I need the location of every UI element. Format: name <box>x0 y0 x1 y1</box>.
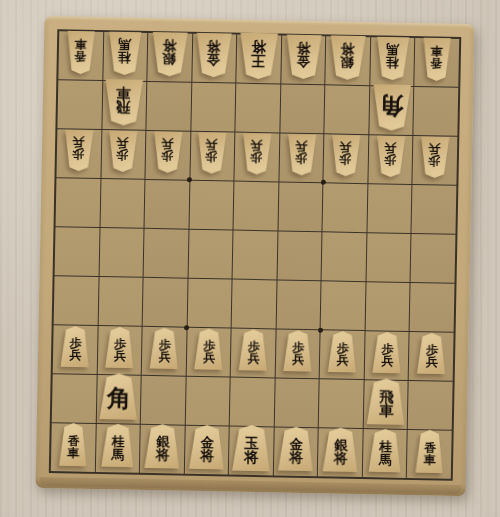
square-6b[interactable] <box>191 83 235 132</box>
square-7h[interactable] <box>141 376 185 425</box>
square-7b[interactable] <box>147 82 191 131</box>
piece-gote-gold[interactable]: 金将 <box>195 33 233 78</box>
piece-sente-silver[interactable]: 銀将 <box>321 427 359 472</box>
square-2e[interactable] <box>366 233 410 282</box>
square-3c[interactable]: 歩兵 <box>324 134 368 183</box>
square-1g[interactable]: 歩兵 <box>409 332 453 381</box>
square-2d[interactable] <box>367 184 411 233</box>
square-8e[interactable] <box>99 228 143 277</box>
square-9e[interactable] <box>55 227 99 276</box>
square-4a[interactable]: 金将 <box>281 35 325 84</box>
square-5f[interactable] <box>232 280 276 329</box>
piece-sente-pawn[interactable]: 歩兵 <box>327 331 358 373</box>
piece-kanji: 角 <box>98 373 139 420</box>
piece-kanji: 金将 <box>195 33 233 78</box>
piece-kanji: 香車 <box>422 38 452 82</box>
piece-sente-lance[interactable]: 香車 <box>58 423 88 467</box>
piece-kanji: 銀将 <box>143 424 181 469</box>
square-3i[interactable]: 銀将 <box>318 428 362 477</box>
piece-kanji: 香車 <box>58 423 88 467</box>
square-8d[interactable] <box>100 179 144 228</box>
square-4d[interactable] <box>278 182 322 231</box>
square-9a[interactable]: 香車 <box>58 31 102 80</box>
piece-kanji: 桂馬 <box>100 424 135 468</box>
square-3a[interactable]: 銀将 <box>326 36 370 85</box>
piece-gote-pawn[interactable]: 歩兵 <box>197 132 228 174</box>
square-2a[interactable]: 桂馬 <box>370 37 414 86</box>
piece-kanji: 歩兵 <box>286 134 317 176</box>
piece-kanji: 歩兵 <box>242 133 273 175</box>
square-9f[interactable] <box>54 276 98 325</box>
piece-gote-rook[interactable]: 飛車 <box>104 79 145 126</box>
square-8b[interactable]: 飛車 <box>102 81 146 130</box>
square-5c[interactable]: 歩兵 <box>235 133 279 182</box>
square-4e[interactable] <box>277 231 321 280</box>
square-5d[interactable] <box>234 182 278 231</box>
piece-kanji: 歩兵 <box>371 332 402 374</box>
square-1f[interactable] <box>410 283 454 332</box>
piece-kanji: 歩兵 <box>416 333 447 375</box>
piece-kanji: 香車 <box>66 31 96 75</box>
piece-gote-pawn[interactable]: 歩兵 <box>63 130 94 172</box>
piece-kanji: 玉将 <box>231 425 272 472</box>
piece-gote-silver[interactable]: 銀将 <box>151 32 189 77</box>
piece-sente-pawn[interactable]: 歩兵 <box>60 326 91 368</box>
square-3b[interactable] <box>325 85 369 134</box>
square-7f[interactable] <box>143 278 187 327</box>
piece-kanji: 銀将 <box>321 427 359 472</box>
square-9c[interactable]: 歩兵 <box>56 129 100 178</box>
square-4c[interactable]: 歩兵 <box>279 133 323 182</box>
piece-kanji: 歩兵 <box>60 326 91 368</box>
square-6a[interactable]: 金将 <box>192 34 236 83</box>
square-1i[interactable]: 香車 <box>407 430 451 479</box>
piece-kanji: 歩兵 <box>152 132 183 174</box>
piece-sente-pawn[interactable]: 歩兵 <box>416 333 447 375</box>
piece-gote-gold[interactable]: 金将 <box>284 35 322 80</box>
square-4h[interactable] <box>274 378 318 427</box>
square-8i[interactable]: 桂馬 <box>95 424 139 473</box>
square-7e[interactable] <box>144 229 188 278</box>
square-5a[interactable]: 王将 <box>237 35 281 84</box>
square-4g[interactable]: 歩兵 <box>275 329 319 378</box>
piece-gote-lance[interactable]: 香車 <box>66 31 96 75</box>
square-8h[interactable]: 角 <box>96 375 140 424</box>
piece-sente-knight[interactable]: 桂馬 <box>368 429 403 473</box>
square-7g[interactable]: 歩兵 <box>142 327 186 376</box>
square-1b[interactable] <box>414 87 458 136</box>
square-5g[interactable]: 歩兵 <box>231 329 275 378</box>
square-9i[interactable]: 香車 <box>51 423 95 472</box>
square-5h[interactable] <box>230 378 274 427</box>
piece-gote-pawn[interactable]: 歩兵 <box>108 131 139 173</box>
piece-kanji: 王将 <box>238 33 279 80</box>
piece-gote-pawn[interactable]: 歩兵 <box>242 133 273 175</box>
piece-kanji: 銀将 <box>151 32 189 77</box>
square-2b[interactable]: 角 <box>369 86 413 135</box>
hoshi-dot <box>184 325 189 330</box>
piece-kanji: 歩兵 <box>327 331 358 373</box>
square-1d[interactable] <box>412 185 456 234</box>
piece-sente-pawn[interactable]: 歩兵 <box>371 332 402 374</box>
square-3g[interactable]: 歩兵 <box>320 330 364 379</box>
square-1e[interactable] <box>411 234 455 283</box>
square-4f[interactable] <box>276 280 320 329</box>
piece-sente-gold[interactable]: 金将 <box>188 425 226 470</box>
hoshi-dot <box>187 177 192 182</box>
piece-kanji: 歩兵 <box>108 131 139 173</box>
piece-kanji: 歩兵 <box>238 329 269 371</box>
piece-sente-bishop[interactable]: 角 <box>98 373 139 420</box>
piece-sente-pawn[interactable]: 歩兵 <box>282 330 313 372</box>
square-6e[interactable] <box>188 230 232 279</box>
piece-kanji: 金将 <box>188 425 226 470</box>
piece-kanji: 飛車 <box>104 79 145 126</box>
square-9b[interactable] <box>57 80 101 129</box>
piece-gote-king[interactable]: 王将 <box>238 33 279 80</box>
square-2i[interactable]: 桂馬 <box>363 429 407 478</box>
piece-kanji: 歩兵 <box>420 137 451 179</box>
piece-gote-pawn[interactable]: 歩兵 <box>286 134 317 176</box>
piece-kanji: 銀将 <box>329 36 367 81</box>
square-3f[interactable] <box>321 281 365 330</box>
square-5i[interactable]: 玉将 <box>229 427 273 476</box>
piece-gote-knight[interactable]: 桂馬 <box>375 37 410 81</box>
piece-sente-pawn[interactable]: 歩兵 <box>193 328 224 370</box>
piece-gote-silver[interactable]: 銀将 <box>329 36 367 81</box>
piece-sente-rook[interactable]: 飛車 <box>365 378 406 425</box>
piece-gote-bishop[interactable]: 角 <box>371 84 412 131</box>
piece-sente-king[interactable]: 玉将 <box>231 425 272 472</box>
hoshi-dot <box>321 180 326 185</box>
piece-kanji: 飛車 <box>365 378 406 425</box>
piece-kanji: 香車 <box>415 430 445 474</box>
table-surface: 香車桂馬銀将金将王将金将銀将桂馬香車飛車角歩兵歩兵歩兵歩兵歩兵歩兵歩兵歩兵歩兵歩… <box>0 0 500 517</box>
square-1h[interactable] <box>408 381 452 430</box>
piece-sente-pawn[interactable]: 歩兵 <box>238 329 269 371</box>
piece-gote-lance[interactable]: 香車 <box>422 38 452 82</box>
square-2f[interactable] <box>365 282 409 331</box>
piece-kanji: 歩兵 <box>63 130 94 172</box>
piece-kanji: 歩兵 <box>331 135 362 177</box>
piece-sente-pawn[interactable]: 歩兵 <box>149 328 180 370</box>
square-3h[interactable] <box>319 379 363 428</box>
square-8f[interactable] <box>98 277 142 326</box>
square-1a[interactable]: 香車 <box>415 38 459 87</box>
piece-kanji: 桂馬 <box>375 37 410 81</box>
square-6g[interactable]: 歩兵 <box>186 328 230 377</box>
piece-kanji: 歩兵 <box>197 132 228 174</box>
piece-sente-lance[interactable]: 香車 <box>415 430 445 474</box>
piece-kanji: 金将 <box>284 35 322 80</box>
square-6d[interactable] <box>189 181 233 230</box>
piece-sente-silver[interactable]: 銀将 <box>143 424 181 469</box>
square-8c[interactable]: 歩兵 <box>101 130 145 179</box>
square-9g[interactable]: 歩兵 <box>53 325 97 374</box>
piece-gote-pawn[interactable]: 歩兵 <box>375 136 406 178</box>
square-8g[interactable]: 歩兵 <box>97 326 141 375</box>
shogi-board: 香車桂馬銀将金将王将金将銀将桂馬香車飛車角歩兵歩兵歩兵歩兵歩兵歩兵歩兵歩兵歩兵歩… <box>36 16 475 496</box>
hoshi-dot <box>318 328 323 333</box>
square-6f[interactable] <box>187 279 231 328</box>
piece-kanji: 桂馬 <box>108 32 143 76</box>
square-6h[interactable] <box>185 377 229 426</box>
piece-kanji: 歩兵 <box>375 136 406 178</box>
piece-kanji: 歩兵 <box>149 328 180 370</box>
square-2g[interactable]: 歩兵 <box>365 331 409 380</box>
piece-sente-gold[interactable]: 金将 <box>277 427 315 472</box>
piece-gote-pawn[interactable]: 歩兵 <box>420 137 451 179</box>
square-7d[interactable] <box>145 180 189 229</box>
piece-gote-pawn[interactable]: 歩兵 <box>152 132 183 174</box>
piece-kanji: 桂馬 <box>368 429 403 473</box>
square-8a[interactable]: 桂馬 <box>103 32 147 81</box>
square-6i[interactable]: 金将 <box>184 426 228 475</box>
square-2h[interactable]: 飛車 <box>364 380 408 429</box>
square-7a[interactable]: 銀将 <box>147 33 191 82</box>
square-1c[interactable]: 歩兵 <box>413 136 457 185</box>
square-6c[interactable]: 歩兵 <box>190 132 234 181</box>
square-9d[interactable] <box>56 178 100 227</box>
square-5b[interactable] <box>236 84 280 133</box>
board-grid: 香車桂馬銀将金将王将金将銀将桂馬香車飛車角歩兵歩兵歩兵歩兵歩兵歩兵歩兵歩兵歩兵歩… <box>49 29 461 481</box>
square-9h[interactable] <box>52 374 96 423</box>
piece-kanji: 歩兵 <box>282 330 313 372</box>
piece-sente-knight[interactable]: 桂馬 <box>100 424 135 468</box>
piece-kanji: 角 <box>371 84 412 131</box>
square-3e[interactable] <box>322 232 366 281</box>
square-5e[interactable] <box>233 231 277 280</box>
square-2c[interactable]: 歩兵 <box>368 135 412 184</box>
piece-kanji: 歩兵 <box>193 328 224 370</box>
square-7i[interactable]: 銀将 <box>140 425 184 474</box>
piece-kanji: 金将 <box>277 427 315 472</box>
square-7c[interactable]: 歩兵 <box>146 131 190 180</box>
piece-gote-knight[interactable]: 桂馬 <box>108 32 143 76</box>
piece-gote-pawn[interactable]: 歩兵 <box>331 135 362 177</box>
square-4i[interactable]: 金将 <box>274 427 318 476</box>
square-3d[interactable] <box>323 183 367 232</box>
piece-sente-pawn[interactable]: 歩兵 <box>104 327 135 369</box>
piece-kanji: 歩兵 <box>104 327 135 369</box>
square-4b[interactable] <box>280 84 324 133</box>
